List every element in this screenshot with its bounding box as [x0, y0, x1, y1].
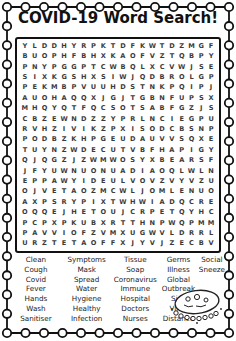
grid-cell: J [69, 155, 79, 165]
grid-cell: K [108, 51, 118, 61]
grid-cell: P [89, 41, 99, 51]
grid-cell: V [167, 135, 177, 145]
word-list-column: TissueSoapCoronavirusImmuneHospitalDocto… [112, 255, 160, 327]
word-item: Illness [167, 265, 190, 275]
grid-cell: K [89, 124, 99, 134]
grid-cell: C [30, 218, 40, 228]
word-item: Sneeze [199, 265, 225, 275]
grid-cell: L [206, 228, 216, 238]
grid-cell: O [40, 51, 50, 61]
grid-cell: U [89, 83, 99, 93]
grid-cell: U [108, 207, 118, 217]
grid-cell: O [206, 187, 216, 197]
word-item: Mask [77, 265, 96, 275]
grid-cell: J [20, 166, 30, 176]
grid-cell: B [196, 239, 206, 249]
grid-cell: K [40, 83, 50, 93]
grid-cell: R [128, 114, 138, 124]
grid-cell: B [89, 218, 99, 228]
grid-cell: Y [69, 41, 79, 51]
grid-cell: I [30, 72, 40, 82]
grid-cell: O [89, 239, 99, 249]
grid-cell: V [30, 124, 40, 134]
grid-cell: N [206, 166, 216, 176]
grid-cell: X [206, 93, 216, 103]
word-item: Infection [71, 314, 102, 324]
grid-cell: N [49, 145, 59, 155]
grid-cell: L [167, 187, 177, 197]
grid-cell: T [167, 51, 177, 61]
word-item: Coronavirus [114, 275, 157, 285]
grid-cell: C [98, 103, 108, 113]
grid-cell: Z [89, 228, 99, 238]
grid-cell: Z [98, 114, 108, 124]
grid-cell: W [167, 218, 177, 228]
word-item: Sanitiser [20, 314, 51, 324]
grid-cell: F [79, 228, 89, 238]
grid-cell: S [128, 83, 138, 93]
grid-cell: A [138, 135, 148, 145]
grid-cell: V [98, 228, 108, 238]
word-item: Doctors [121, 304, 149, 314]
grid-cell: T [157, 41, 167, 51]
grid-cell: U [128, 228, 138, 238]
grid-cell: B [118, 62, 128, 72]
grid-cell: V [147, 51, 157, 61]
grid-cell: S [138, 124, 148, 134]
grid-cell: T [118, 218, 128, 228]
grid-cell: Q [40, 155, 50, 165]
grid-cell: J [98, 93, 108, 103]
grid-cell: I [79, 124, 89, 134]
grid-cell: I [79, 176, 89, 186]
grid-cell: Z [196, 176, 206, 186]
grid-cell: I [147, 197, 157, 207]
grid-cell: S [196, 93, 206, 103]
word-item: Hygiene [72, 294, 102, 304]
grid-cell: V [147, 239, 157, 249]
grid-cell: K [157, 83, 167, 93]
word-item: Hands [25, 294, 48, 304]
grid-cell: T [108, 41, 118, 51]
grid-cell: F [98, 239, 108, 249]
grid-cell: X [118, 124, 128, 134]
grid-cell: U [79, 218, 89, 228]
grid-cell: E [79, 207, 89, 217]
grid-cell: J [118, 93, 128, 103]
grid-cell: Q [138, 72, 148, 82]
grid-cell: D [128, 166, 138, 176]
grid-cell: A [147, 103, 157, 113]
grid-cell: X [30, 197, 40, 207]
grid-cell: G [196, 41, 206, 51]
grid-cell: G [138, 228, 148, 238]
grid-cell: R [187, 228, 197, 238]
grid-cell: M [98, 187, 108, 197]
grid-cell: W [118, 187, 128, 197]
grid-cell: C [167, 124, 177, 134]
grid-cell: H [79, 135, 89, 145]
grid-cell: L [187, 72, 197, 82]
grid-cell: D [40, 135, 50, 145]
grid-cell: P [196, 51, 206, 61]
grid-cell: V [157, 135, 167, 145]
grid-cell: D [118, 83, 128, 93]
grid-cell: O [20, 207, 30, 217]
grid-cell: G [98, 135, 108, 145]
grid-cell: T [128, 103, 138, 113]
grid-cell: K [49, 72, 59, 82]
grid-cell: L [167, 228, 177, 238]
grid-cell: O [177, 72, 187, 82]
grid-cell: V [40, 187, 50, 197]
grid-cell: B [157, 72, 167, 82]
grid-cell: N [187, 187, 197, 197]
grid-cell: U [30, 145, 40, 155]
grid-cell: A [49, 176, 59, 186]
grid-cell: P [40, 176, 50, 186]
grid-cell: O [30, 135, 40, 145]
grid-cell: G [196, 72, 206, 82]
grid-cell: Q [30, 207, 40, 217]
grid-cell: B [157, 103, 167, 113]
grid-cell: E [206, 62, 216, 72]
grid-cell: H [79, 72, 89, 82]
grid-cell: E [49, 207, 59, 217]
grid-cell: S [69, 72, 79, 82]
grid-cell: P [147, 207, 157, 217]
grid-cell: H [108, 83, 118, 93]
grid-cell: Y [206, 51, 216, 61]
grid-cell: T [108, 197, 118, 207]
grid-cell: K [98, 41, 108, 51]
grid-cell: N [147, 114, 157, 124]
grid-cell: C [128, 207, 138, 217]
grid-cell: S [206, 103, 216, 113]
grid-cell: T [128, 93, 138, 103]
grid-cell: X [98, 197, 108, 207]
worksheet-page: COVID-19 Word Search! YLDDHYRPKTDFKWTDZM… [0, 0, 236, 341]
word-item: Hospital [121, 294, 150, 304]
grid-cell: X [147, 62, 157, 72]
grid-cell: V [128, 176, 138, 186]
grid-cell: I [89, 197, 99, 207]
grid-cell: X [118, 239, 128, 249]
grid-cell: E [206, 197, 216, 207]
grid-cell: T [89, 207, 99, 217]
grid-cell: A [177, 155, 187, 165]
grid-cell: J [157, 239, 167, 249]
grid-cell: Z [79, 155, 89, 165]
grid-cell: G [196, 145, 206, 155]
grid-cell: D [118, 41, 128, 51]
grid-cell: J [196, 103, 206, 113]
grid-cell: H [69, 207, 79, 217]
grid-cell: J [128, 239, 138, 249]
grid-cell: D [147, 72, 157, 82]
grid-cell: H [157, 145, 167, 155]
grid-cell: B [177, 124, 187, 134]
grid-cell: I [167, 114, 177, 124]
grid-cell: H [138, 218, 148, 228]
grid-cell: C [206, 207, 216, 217]
grid-cell: F [138, 51, 148, 61]
grid-cell: N [147, 218, 157, 228]
grid-cell: X [98, 51, 108, 61]
grid-cell: W [118, 72, 128, 82]
grid-cell: I [59, 228, 69, 238]
grid-cell: U [108, 176, 118, 186]
grid-cell: W [147, 41, 157, 51]
grid-cell: Z [89, 187, 99, 197]
grid-cell: E [59, 239, 69, 249]
grid-cell: S [98, 72, 108, 82]
grid-cell: I [187, 83, 197, 93]
grid-cell: P [206, 124, 216, 134]
grid-cell: U [177, 93, 187, 103]
grid-cell: V [128, 145, 138, 155]
grid-cell: C [98, 145, 108, 155]
grid-cell: F [147, 145, 157, 155]
grid-cell: O [138, 176, 148, 186]
grid-cell: K [69, 135, 79, 145]
grid-cell: G [59, 62, 69, 72]
word-item: Cough [24, 265, 47, 275]
grid-cell: U [118, 135, 128, 145]
grid-cell: P [40, 218, 50, 228]
grid-cell: Z [40, 114, 50, 124]
grid-cell: O [40, 93, 50, 103]
grid-cell: Q [59, 103, 69, 113]
grid-cell: T [69, 103, 79, 113]
grid-cell: Y [40, 166, 50, 176]
grid-cell: T [118, 145, 128, 155]
grid-cell: Z [98, 124, 108, 134]
grid-cell: G [108, 93, 118, 103]
grid-cell: V [187, 176, 197, 186]
grid-cell: L [30, 41, 40, 51]
grid-cell: Z [40, 239, 50, 249]
grid-cell: U [49, 166, 59, 176]
grid-cell: V [167, 176, 177, 186]
grid-cell: X [196, 135, 206, 145]
grid-cell: P [20, 62, 30, 72]
grid-cell: M [206, 218, 216, 228]
grid-cell: E [177, 114, 187, 124]
grid-cell: Q [128, 62, 138, 72]
grid-cell: R [138, 207, 148, 217]
grid-cell: A [147, 166, 157, 176]
grid-cell: B [49, 135, 59, 145]
grid-cell: Z [177, 41, 187, 51]
grid-cell: X [147, 155, 157, 165]
grid-cell: G [59, 72, 69, 82]
grid-cell: T [128, 218, 138, 228]
grid-cell: H [196, 207, 206, 217]
grid-cell: Y [187, 207, 197, 217]
grid-cell: R [196, 228, 206, 238]
grid-cell: S [128, 155, 138, 165]
word-item: Nurses [123, 314, 148, 324]
grid-cell: D [167, 197, 177, 207]
grid-cell: Z [59, 145, 69, 155]
grid-cell: I [59, 124, 69, 134]
grid-cell: P [20, 83, 30, 93]
grid-cell: O [98, 207, 108, 217]
grid-cell: V [79, 83, 89, 93]
grid-cell: W [59, 166, 69, 176]
grid-cell: B [157, 155, 167, 165]
grid-cell: I [128, 124, 138, 134]
grid-cell: B [20, 51, 30, 61]
grid-cell: V [147, 176, 157, 186]
grid-cell: Q [40, 207, 50, 217]
grid-cell: L [138, 62, 148, 72]
grid-cell: P [167, 83, 177, 93]
grid-cell: D [177, 228, 187, 238]
grid-cell: S [138, 103, 148, 113]
grid-cell: D [49, 41, 59, 51]
word-item: Germs [167, 255, 191, 265]
grid-cell: D [40, 41, 50, 51]
grid-cell: V [69, 124, 79, 134]
grid-cell: K [69, 218, 79, 228]
grid-cell: P [79, 62, 89, 72]
grid-cell: X [98, 218, 108, 228]
grid-cell: W [187, 166, 197, 176]
grid-cell: J [59, 207, 69, 217]
grid-cell: P [196, 83, 206, 93]
grid-cell: X [40, 72, 50, 82]
grid-cell: J [118, 207, 128, 217]
grid-cell: Q [69, 93, 79, 103]
grid-cell: G [187, 114, 197, 124]
grid-cell: M [20, 103, 30, 113]
grid-cell: H [89, 51, 99, 61]
grid-cell: R [20, 124, 30, 134]
grid-cell: L [118, 176, 128, 186]
grid-cell: W [69, 145, 79, 155]
grid-cell: Q [177, 207, 187, 217]
grid-cell: B [59, 83, 69, 93]
word-item: Immune [120, 284, 150, 294]
grid-cell: E [98, 176, 108, 186]
grid-cell: W [108, 62, 118, 72]
grid-cell: Z [59, 155, 69, 165]
grid-cell: Z [187, 103, 197, 113]
grid-cell: N [157, 93, 167, 103]
grid-cell: W [59, 176, 69, 186]
grid-cell: N [98, 166, 108, 176]
grid-cell: P [40, 197, 50, 207]
grid-cell: J [138, 187, 148, 197]
grid-cell: U [79, 166, 89, 176]
word-item: Healthy [73, 304, 101, 314]
grid-cell: C [108, 187, 118, 197]
grid-cell: Q [177, 218, 187, 228]
grid-cell: W [147, 228, 157, 238]
grid-cell: O [147, 187, 157, 197]
grid-cell: E [20, 176, 30, 186]
grid-cell: R [30, 239, 40, 249]
grid-cell: J [206, 83, 216, 93]
word-list-column: CleanCoughCovidFeverHandsWashSanitiser [10, 255, 62, 327]
grid-cell: N [147, 83, 157, 93]
grid-cell: D [128, 135, 138, 145]
grid-cell: G [69, 62, 79, 72]
grid-cell: Z [167, 239, 177, 249]
grid-cell: R [187, 155, 197, 165]
grid-cell: Q [89, 103, 99, 113]
grid-cell: L [138, 114, 148, 124]
grid-cell: F [167, 103, 177, 113]
grid-cell: Q [20, 155, 30, 165]
grid-cell: O [118, 155, 128, 165]
grid-cell: F [206, 155, 216, 165]
grid-cell: Y [49, 103, 59, 113]
grid-cell: S [20, 72, 30, 82]
grid-cell: E [30, 83, 40, 93]
grid-cell: Y [69, 176, 79, 186]
grid-cell: P [49, 62, 59, 72]
grid-cell: H [30, 103, 40, 113]
grid-cell: L [196, 166, 206, 176]
grid-cell: W [89, 155, 99, 165]
grid-cell: P [20, 135, 30, 145]
word-item: Covid [26, 275, 46, 285]
grid-cell: K [138, 41, 148, 51]
grid-cell: A [118, 51, 128, 61]
grid-cell: P [59, 218, 69, 228]
word-list-column: SymptomsMaskSpreadWaterHygieneHealthyInf… [62, 255, 112, 327]
grid-cell: O [20, 187, 30, 197]
grid-cell: G [177, 103, 187, 113]
grid-cell: X [89, 72, 99, 82]
grid-cell: E [167, 155, 177, 165]
grid-cell: Z [157, 51, 167, 61]
grid-cell: W [59, 114, 69, 124]
word-item: Fever [26, 284, 46, 294]
grid-cell: P [69, 83, 79, 93]
grid-cell: U [20, 239, 30, 249]
grid-cell: N [30, 62, 40, 72]
grid-cell: R [196, 197, 206, 207]
grid-cell: P [187, 93, 197, 103]
grid-cell: X [49, 218, 59, 228]
grid-cell: S [177, 135, 187, 145]
grid-cell: D [157, 124, 167, 134]
grid-cell: V [157, 228, 167, 238]
word-item: Soap [126, 265, 144, 275]
grid-cell: Q [177, 197, 187, 207]
grid-cell: R [79, 41, 89, 51]
grid-cell: P [157, 218, 167, 228]
grid-cell: R [59, 197, 69, 207]
grid-cell: M [98, 155, 108, 165]
word-item: Social [201, 255, 222, 265]
grid-cell: B [147, 93, 157, 103]
grid-cell: P [49, 51, 59, 61]
grid-cell: E [177, 239, 187, 249]
grid-cell: P [89, 135, 99, 145]
grid-cell: C [187, 197, 197, 207]
grid-cell: L [128, 187, 138, 197]
grid-cell: H [40, 124, 50, 134]
grid-cell: V [167, 62, 177, 72]
grid-cell: C [98, 62, 108, 72]
grid-cell: P [108, 124, 118, 134]
grid-cell: D [89, 176, 99, 186]
